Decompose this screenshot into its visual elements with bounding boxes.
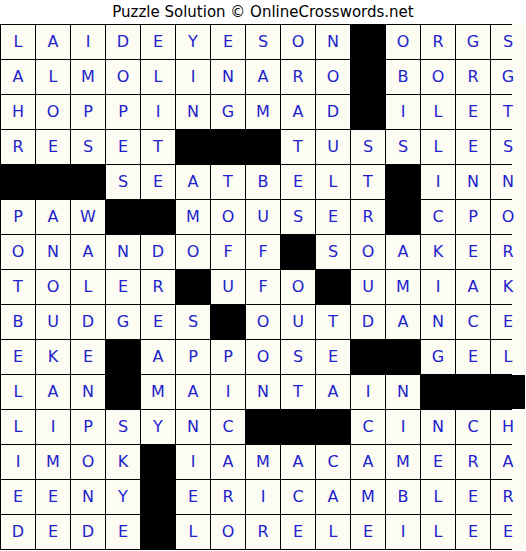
letter-cell: A <box>491 445 525 479</box>
letter-cell: K <box>491 270 525 304</box>
letter-cell: O <box>316 60 350 94</box>
block-cell <box>421 375 455 409</box>
block-cell <box>176 130 210 164</box>
letter-cell: M <box>386 270 420 304</box>
letter-cell: O <box>246 305 280 339</box>
letter-cell: O <box>36 270 70 304</box>
letter-cell: A <box>351 445 385 479</box>
letter-cell: R <box>1 130 35 164</box>
letter-cell: O <box>36 95 70 129</box>
letter-cell: S <box>491 130 525 164</box>
letter-cell: U <box>281 305 315 339</box>
letter-cell: I <box>36 410 70 444</box>
letter-cell: S <box>351 130 385 164</box>
letter-cell: G <box>421 340 455 374</box>
block-cell <box>246 130 280 164</box>
letter-cell: A <box>176 165 210 199</box>
letter-cell: E <box>1 340 35 374</box>
letter-cell: I <box>141 95 175 129</box>
letter-cell: R <box>456 445 490 479</box>
letter-cell: E <box>211 25 245 59</box>
letter-cell: E <box>176 480 210 514</box>
letter-cell: R <box>421 25 455 59</box>
letter-cell: A <box>141 340 175 374</box>
letter-cell: E <box>281 165 315 199</box>
block-cell <box>386 165 420 199</box>
letter-cell: C <box>421 200 455 234</box>
letter-cell: H <box>1 95 35 129</box>
letter-cell: M <box>246 95 280 129</box>
letter-cell: O <box>281 25 315 59</box>
letter-cell: P <box>71 410 105 444</box>
letter-cell: A <box>36 200 70 234</box>
letter-cell: I <box>211 375 245 409</box>
letter-cell: P <box>106 95 140 129</box>
letter-cell: D <box>141 235 175 269</box>
letter-cell: G <box>456 25 490 59</box>
letter-cell: S <box>491 25 525 59</box>
letter-cell: E <box>106 515 140 549</box>
letter-cell: U <box>36 305 70 339</box>
letter-cell: P <box>176 340 210 374</box>
letter-cell: I <box>176 445 210 479</box>
block-cell <box>106 340 140 374</box>
letter-cell: K <box>106 445 140 479</box>
letter-cell: S <box>106 410 140 444</box>
block-cell <box>281 235 315 269</box>
letter-cell: B <box>386 60 420 94</box>
letter-cell: L <box>316 515 350 549</box>
letter-cell: N <box>386 375 420 409</box>
letter-cell: C <box>456 410 490 444</box>
letter-cell: U <box>211 270 245 304</box>
letter-cell: E <box>106 270 140 304</box>
letter-cell: N <box>36 235 70 269</box>
letter-cell: L <box>421 130 455 164</box>
letter-cell: O <box>491 200 525 234</box>
letter-cell: Y <box>141 410 175 444</box>
letter-cell: N <box>176 410 210 444</box>
block-cell <box>106 200 140 234</box>
letter-cell: E <box>456 340 490 374</box>
letter-cell: A <box>36 375 70 409</box>
letter-cell: E <box>491 305 525 339</box>
letter-cell: L <box>316 165 350 199</box>
letter-cell: C <box>351 410 385 444</box>
letter-cell: O <box>71 445 105 479</box>
letter-cell: B <box>246 165 280 199</box>
letter-cell: N <box>491 165 525 199</box>
letter-cell: P <box>71 95 105 129</box>
letter-cell: M <box>141 375 175 409</box>
letter-cell: R <box>491 480 525 514</box>
letter-cell: O <box>351 235 385 269</box>
letter-cell: O <box>386 25 420 59</box>
letter-cell: N <box>421 410 455 444</box>
block-cell <box>141 515 175 549</box>
letter-cell: B <box>386 480 420 514</box>
letter-cell: S <box>106 165 140 199</box>
letter-cell: D <box>71 305 105 339</box>
letter-cell: S <box>281 200 315 234</box>
letter-cell: L <box>491 340 525 374</box>
letter-cell: M <box>246 445 280 479</box>
block-cell <box>141 200 175 234</box>
letter-cell: E <box>71 340 105 374</box>
letter-cell: P <box>456 200 490 234</box>
letter-cell: Y <box>176 25 210 59</box>
letter-cell: S <box>386 130 420 164</box>
letter-cell: R <box>246 515 280 549</box>
letter-cell: C <box>211 410 245 444</box>
page-title: Puzzle Solution © OnlineCrosswords.net <box>0 0 526 24</box>
letter-cell: A <box>386 235 420 269</box>
letter-cell: O <box>1 235 35 269</box>
letter-cell: N <box>106 235 140 269</box>
block-cell <box>386 200 420 234</box>
letter-cell: Y <box>106 480 140 514</box>
block-cell <box>211 305 245 339</box>
letter-cell: U <box>316 130 350 164</box>
block-cell <box>211 130 245 164</box>
letter-cell: N <box>71 480 105 514</box>
letter-cell: O <box>176 235 210 269</box>
letter-cell: I <box>71 25 105 59</box>
letter-cell: I <box>246 480 280 514</box>
block-cell <box>1 165 35 199</box>
letter-cell: E <box>36 515 70 549</box>
letter-cell: O <box>421 60 455 94</box>
letter-cell: L <box>176 515 210 549</box>
block-cell <box>71 165 105 199</box>
letter-cell: S <box>281 340 315 374</box>
letter-cell: T <box>1 270 35 304</box>
letter-cell: R <box>351 200 385 234</box>
letter-cell: E <box>36 480 70 514</box>
letter-cell: A <box>1 60 35 94</box>
letter-cell: M <box>36 445 70 479</box>
letter-cell: N <box>456 165 490 199</box>
letter-cell: T <box>211 165 245 199</box>
letter-cell: E <box>316 340 350 374</box>
letter-cell: O <box>106 60 140 94</box>
letter-cell: G <box>211 95 245 129</box>
letter-cell: K <box>421 235 455 269</box>
letter-cell: R <box>211 480 245 514</box>
letter-cell: D <box>1 515 35 549</box>
letter-cell: M <box>351 480 385 514</box>
block-cell <box>351 60 385 94</box>
letter-cell: T <box>141 130 175 164</box>
crossword-grid: LAIDEYESONORGSALMOLINAROBORGHOPPINGMADIL… <box>0 24 512 550</box>
letter-cell: L <box>421 480 455 514</box>
letter-cell: N <box>246 375 280 409</box>
letter-cell: O <box>211 515 245 549</box>
letter-cell: R <box>491 235 525 269</box>
letter-cell: D <box>106 25 140 59</box>
letter-cell: I <box>176 60 210 94</box>
letter-cell: U <box>351 270 385 304</box>
block-cell <box>351 95 385 129</box>
letter-cell: W <box>71 200 105 234</box>
letter-cell: L <box>421 95 455 129</box>
block-cell <box>36 165 70 199</box>
letter-cell: P <box>1 200 35 234</box>
letter-cell: L <box>1 375 35 409</box>
letter-cell: T <box>316 305 350 339</box>
letter-cell: U <box>246 200 280 234</box>
letter-cell: E <box>421 445 455 479</box>
letter-cell: F <box>246 270 280 304</box>
letter-cell: I <box>1 445 35 479</box>
letter-cell: S <box>316 235 350 269</box>
letter-cell: L <box>36 60 70 94</box>
letter-cell: N <box>316 25 350 59</box>
letter-cell: T <box>491 95 525 129</box>
letter-cell: S <box>71 130 105 164</box>
letter-cell: T <box>281 375 315 409</box>
letter-cell: E <box>456 515 490 549</box>
letter-cell: L <box>1 410 35 444</box>
letter-cell: E <box>316 200 350 234</box>
letter-cell: N <box>71 375 105 409</box>
letter-cell: R <box>281 60 315 94</box>
letter-cell: M <box>386 445 420 479</box>
letter-cell: A <box>316 375 350 409</box>
letter-cell: E <box>1 480 35 514</box>
letter-cell: H <box>491 410 525 444</box>
letter-cell: T <box>281 130 315 164</box>
letter-cell: R <box>456 60 490 94</box>
letter-cell: R <box>141 270 175 304</box>
block-cell <box>281 410 315 444</box>
letter-cell: M <box>176 200 210 234</box>
letter-cell: A <box>281 445 315 479</box>
letter-cell: A <box>456 270 490 304</box>
letter-cell: A <box>246 60 280 94</box>
letter-cell: E <box>281 515 315 549</box>
letter-cell: D <box>316 95 350 129</box>
letter-cell: I <box>386 515 420 549</box>
letter-cell: A <box>211 445 245 479</box>
letter-cell: C <box>316 445 350 479</box>
letter-cell: E <box>351 515 385 549</box>
letter-cell: A <box>176 375 210 409</box>
letter-cell: N <box>211 60 245 94</box>
letter-cell: A <box>36 25 70 59</box>
letter-cell: L <box>71 270 105 304</box>
letter-cell: D <box>351 305 385 339</box>
letter-cell: A <box>281 95 315 129</box>
letter-cell: I <box>421 165 455 199</box>
letter-cell: C <box>281 480 315 514</box>
letter-cell: O <box>246 340 280 374</box>
block-cell <box>456 375 490 409</box>
letter-cell: A <box>316 480 350 514</box>
block-cell <box>246 410 280 444</box>
block-cell <box>351 340 385 374</box>
letter-cell: I <box>421 270 455 304</box>
block-cell <box>491 375 525 409</box>
letter-cell: E <box>456 130 490 164</box>
block-cell <box>316 410 350 444</box>
letter-cell: G <box>491 60 525 94</box>
block-cell <box>141 480 175 514</box>
letter-cell: E <box>456 480 490 514</box>
letter-cell: E <box>141 305 175 339</box>
block-cell <box>141 445 175 479</box>
letter-cell: G <box>106 305 140 339</box>
letter-cell: I <box>386 410 420 444</box>
letter-cell: F <box>211 235 245 269</box>
block-cell <box>316 270 350 304</box>
letter-cell: E <box>491 515 525 549</box>
letter-cell: C <box>456 305 490 339</box>
letter-cell: I <box>351 375 385 409</box>
block-cell <box>176 270 210 304</box>
block-cell <box>386 340 420 374</box>
letter-cell: E <box>141 25 175 59</box>
letter-cell: E <box>141 165 175 199</box>
letter-cell: O <box>281 270 315 304</box>
letter-cell: N <box>176 95 210 129</box>
letter-cell: D <box>71 515 105 549</box>
letter-cell: O <box>211 200 245 234</box>
letter-cell: S <box>246 25 280 59</box>
letter-cell: B <box>1 305 35 339</box>
letter-cell: M <box>71 60 105 94</box>
letter-cell: A <box>386 305 420 339</box>
letter-cell: A <box>71 235 105 269</box>
block-cell <box>351 25 385 59</box>
letter-cell: L <box>141 60 175 94</box>
letter-cell: E <box>456 95 490 129</box>
block-cell <box>106 375 140 409</box>
letter-cell: E <box>36 130 70 164</box>
letter-cell: T <box>351 165 385 199</box>
letter-cell: E <box>106 130 140 164</box>
letter-cell: I <box>386 95 420 129</box>
letter-cell: F <box>246 235 280 269</box>
letter-cell: S <box>176 305 210 339</box>
letter-cell: L <box>421 515 455 549</box>
letter-cell: N <box>421 305 455 339</box>
letter-cell: L <box>1 25 35 59</box>
letter-cell: K <box>36 340 70 374</box>
letter-cell: E <box>456 235 490 269</box>
letter-cell: P <box>211 340 245 374</box>
